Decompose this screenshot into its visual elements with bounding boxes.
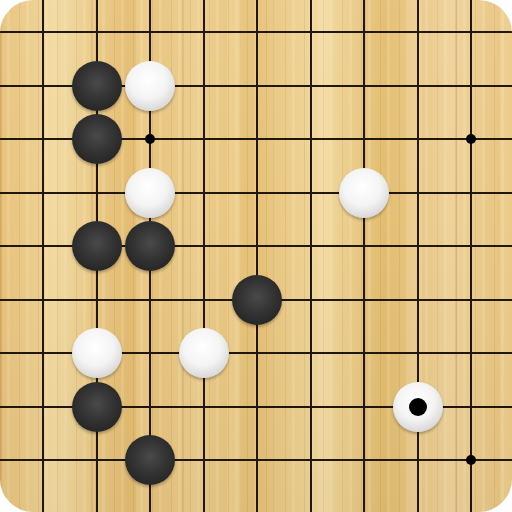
black-stone	[232, 275, 282, 325]
vertical-grid-line	[310, 0, 312, 512]
black-stone	[72, 221, 122, 271]
last-move-marker	[409, 398, 427, 416]
black-stone	[125, 435, 175, 485]
screenshot-stage	[0, 0, 512, 512]
vertical-grid-line	[203, 0, 205, 512]
white-stone	[179, 328, 229, 378]
white-stone	[72, 328, 122, 378]
white-stone	[125, 61, 175, 111]
white-stone	[339, 168, 389, 218]
vertical-grid-line	[42, 0, 44, 512]
vertical-grid-line	[470, 0, 472, 512]
black-stone	[125, 221, 175, 271]
vertical-grid-line	[417, 0, 419, 512]
white-stone	[125, 168, 175, 218]
black-stone	[72, 61, 122, 111]
star-point	[466, 455, 476, 465]
vertical-grid-line	[256, 0, 258, 512]
vertical-grid-line	[363, 0, 365, 512]
star-point	[145, 134, 155, 144]
go-board[interactable]	[0, 0, 512, 512]
star-point	[466, 134, 476, 144]
black-stone	[72, 382, 122, 432]
black-stone	[72, 114, 122, 164]
white-stone-last-move	[393, 382, 443, 432]
horizontal-grid-line	[0, 459, 512, 461]
